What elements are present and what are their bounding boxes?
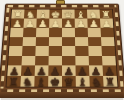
- square-g4[interactable]: [23, 37, 36, 46]
- square-c4[interactable]: [75, 37, 88, 46]
- square-a7[interactable]: ♟: [102, 65, 116, 75]
- square-c8[interactable]: ♝: [76, 76, 90, 87]
- square-g8[interactable]: ♞: [20, 76, 34, 87]
- square-b5[interactable]: [88, 46, 102, 56]
- mosaic-trim-top: [8, 5, 117, 7]
- square-e7[interactable]: ♟: [48, 65, 62, 75]
- black-rook-piece[interactable]: ♜: [105, 77, 116, 88]
- black-bishop-piece[interactable]: ♝: [77, 77, 88, 88]
- square-h6[interactable]: [8, 56, 22, 66]
- square-b7[interactable]: ♟: [89, 65, 103, 75]
- square-a6[interactable]: [102, 56, 116, 66]
- square-d2[interactable]: ♟: [62, 19, 75, 28]
- square-c6[interactable]: [75, 56, 89, 66]
- square-g6[interactable]: [22, 56, 36, 66]
- chess-board: ♜♞♝♚♛♝♞♜♟♟♟♟♟♟♟♟♟♟♟♟♟♟♟♟♜♞♝♚♛♝♞♜: [0, 4, 124, 94]
- square-h1[interactable]: ♜: [11, 10, 24, 19]
- square-a4[interactable]: [101, 37, 115, 46]
- square-f6[interactable]: [35, 56, 49, 66]
- square-f4[interactable]: [36, 37, 49, 46]
- square-b6[interactable]: [89, 56, 103, 66]
- square-a8[interactable]: ♜: [103, 76, 117, 87]
- black-knight-piece[interactable]: ♞: [22, 77, 33, 88]
- square-b8[interactable]: ♞: [89, 76, 103, 87]
- square-f8[interactable]: ♝: [34, 76, 48, 87]
- square-a3[interactable]: [100, 28, 113, 37]
- square-f7[interactable]: ♟: [35, 65, 49, 75]
- square-b3[interactable]: [88, 28, 101, 37]
- square-a1[interactable]: ♜: [100, 10, 113, 19]
- square-c2[interactable]: ♟: [75, 19, 88, 28]
- square-c5[interactable]: [75, 46, 88, 56]
- square-b2[interactable]: ♟: [87, 19, 100, 28]
- square-e6[interactable]: [49, 56, 62, 66]
- square-c1[interactable]: ♝: [75, 10, 88, 19]
- square-h5[interactable]: [9, 46, 23, 56]
- square-g2[interactable]: ♟: [24, 19, 37, 28]
- square-e4[interactable]: [49, 37, 62, 46]
- square-g7[interactable]: ♟: [21, 65, 35, 75]
- ground-shadow: [1, 98, 123, 100]
- square-d6[interactable]: [62, 56, 75, 66]
- square-h8[interactable]: ♜: [7, 76, 21, 87]
- square-h7[interactable]: ♟: [7, 65, 21, 75]
- square-b4[interactable]: [88, 37, 101, 46]
- square-g5[interactable]: [22, 46, 36, 56]
- square-d5[interactable]: [62, 46, 75, 56]
- square-g3[interactable]: [23, 28, 36, 37]
- square-f5[interactable]: [35, 46, 48, 56]
- board-grid: ♜♞♝♚♛♝♞♜♟♟♟♟♟♟♟♟♟♟♟♟♟♟♟♟♜♞♝♚♛♝♞♜: [5, 9, 118, 88]
- square-b1[interactable]: ♞: [87, 10, 100, 19]
- square-h4[interactable]: [9, 37, 23, 46]
- square-a2[interactable]: ♟: [100, 19, 113, 28]
- square-e8[interactable]: ♚: [48, 76, 62, 87]
- square-d3[interactable]: [62, 28, 75, 37]
- box-front-edge: [0, 92, 124, 98]
- square-e1[interactable]: ♚: [49, 10, 62, 19]
- board-frame: ♜♞♝♚♛♝♞♜♟♟♟♟♟♟♟♟♟♟♟♟♟♟♟♟♜♞♝♚♛♝♞♜: [0, 4, 124, 94]
- square-f1[interactable]: ♝: [37, 10, 50, 19]
- square-c7[interactable]: ♟: [75, 65, 89, 75]
- chess-set-photo: ♜♞♝♚♛♝♞♜♟♟♟♟♟♟♟♟♟♟♟♟♟♟♟♟♜♞♝♚♛♝♞♜: [0, 0, 124, 100]
- square-f3[interactable]: [36, 28, 49, 37]
- square-e5[interactable]: [49, 46, 62, 56]
- square-f2[interactable]: ♟: [36, 19, 49, 28]
- square-d4[interactable]: [62, 37, 75, 46]
- square-h3[interactable]: [10, 28, 23, 37]
- black-knight-piece[interactable]: ♞: [91, 77, 102, 88]
- square-h2[interactable]: ♟: [11, 19, 24, 28]
- square-e3[interactable]: [49, 28, 62, 37]
- black-rook-piece[interactable]: ♜: [8, 77, 19, 88]
- square-c3[interactable]: [75, 28, 88, 37]
- square-d7[interactable]: ♟: [62, 65, 76, 75]
- square-d8[interactable]: ♛: [62, 76, 76, 87]
- square-g1[interactable]: ♞: [24, 10, 37, 19]
- square-a5[interactable]: [101, 46, 115, 56]
- square-e2[interactable]: ♟: [49, 19, 62, 28]
- square-d1[interactable]: ♛: [62, 10, 75, 19]
- black-bishop-piece[interactable]: ♝: [36, 77, 47, 88]
- black-queen-piece[interactable]: ♛: [64, 77, 75, 88]
- black-king-piece[interactable]: ♚: [50, 77, 61, 88]
